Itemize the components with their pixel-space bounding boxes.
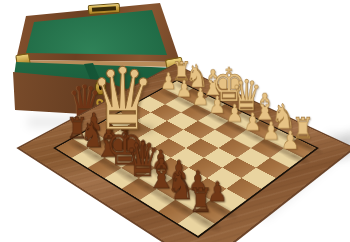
white-pawn[interactable]: ♟ (226, 102, 244, 126)
white-pawn[interactable]: ♟ (160, 70, 177, 93)
white-pawn[interactable]: ♟ (176, 78, 193, 101)
square[interactable]: ♟ (270, 148, 303, 168)
black-rook[interactable]: ♜ (189, 184, 214, 218)
extra-white-queen[interactable]: ♛ (90, 56, 156, 142)
white-pawn[interactable]: ♟ (192, 85, 209, 108)
white-pawn[interactable]: ♟ (244, 110, 262, 134)
white-pawn[interactable]: ♟ (262, 119, 280, 144)
chessboard: ♜♞♝♛♚♝♞♜♟♟♟♟♟♟♟♟♟♟♟♟♟♟♟♟♜♞♝♛♚♝♞♜ (16, 64, 350, 242)
chess-set-product-photo: ♛ ♜♞♝♛♚♝♞♜♟♟♟♟♟♟♟♟♟♟♟♟♟♟♟♟♜♞♝♛♚♝♞♜ ♛ (0, 0, 350, 242)
white-pawn[interactable]: ♟ (281, 128, 300, 153)
white-pawn[interactable]: ♟ (209, 93, 226, 117)
